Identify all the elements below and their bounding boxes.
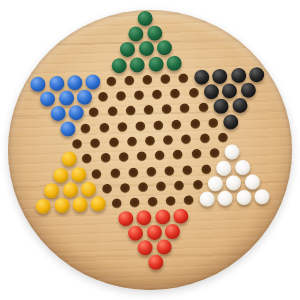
- marble-red[interactable]: [128, 225, 144, 241]
- marble-yellow[interactable]: [44, 183, 60, 199]
- hole[interactable]: [198, 103, 208, 113]
- marble-white[interactable]: [234, 159, 250, 175]
- hole[interactable]: [155, 151, 165, 161]
- hole[interactable]: [174, 180, 184, 190]
- hole[interactable]: [156, 181, 166, 191]
- hole[interactable]: [128, 167, 138, 177]
- hole[interactable]: [99, 122, 109, 132]
- hole[interactable]: [118, 152, 128, 162]
- marble-yellow[interactable]: [81, 181, 97, 197]
- hole[interactable]: [170, 89, 180, 99]
- hole[interactable]: [191, 149, 201, 159]
- hole[interactable]: [182, 165, 192, 175]
- hole[interactable]: [100, 153, 110, 163]
- marble-white[interactable]: [216, 160, 232, 176]
- marble-black[interactable]: [194, 69, 210, 85]
- hole[interactable]: [97, 92, 107, 102]
- marble-yellow[interactable]: [90, 196, 106, 212]
- marble-green[interactable]: [148, 56, 164, 72]
- marble-red[interactable]: [136, 210, 152, 226]
- hole[interactable]: [136, 151, 146, 161]
- hole[interactable]: [153, 120, 163, 130]
- marble-black[interactable]: [240, 82, 256, 98]
- hole[interactable]: [108, 137, 118, 147]
- marble-blue[interactable]: [50, 106, 66, 122]
- hole[interactable]: [152, 90, 162, 100]
- marble-red[interactable]: [156, 239, 172, 255]
- marble-yellow[interactable]: [62, 182, 78, 198]
- marble-white[interactable]: [236, 190, 252, 206]
- marble-black[interactable]: [249, 67, 265, 83]
- hole[interactable]: [138, 182, 148, 192]
- hole[interactable]: [181, 134, 191, 144]
- marble-red[interactable]: [118, 210, 134, 226]
- marble-blue[interactable]: [67, 75, 83, 91]
- marble-green[interactable]: [138, 41, 154, 57]
- hole[interactable]: [171, 119, 181, 129]
- hole[interactable]: [129, 198, 139, 208]
- hole[interactable]: [160, 74, 170, 84]
- marble-green[interactable]: [147, 25, 163, 41]
- hole[interactable]: [72, 139, 82, 149]
- hole[interactable]: [120, 183, 130, 193]
- marble-blue[interactable]: [60, 121, 76, 137]
- marble-black[interactable]: [223, 114, 239, 130]
- hole[interactable]: [90, 138, 100, 148]
- hole[interactable]: [188, 88, 198, 98]
- marble-black[interactable]: [222, 83, 238, 99]
- marble-blue[interactable]: [58, 90, 74, 106]
- hole[interactable]: [110, 168, 120, 178]
- marble-black[interactable]: [232, 98, 248, 114]
- marble-green[interactable]: [112, 57, 128, 73]
- marble-white[interactable]: [218, 191, 234, 207]
- marble-blue[interactable]: [85, 74, 101, 90]
- hole[interactable]: [201, 164, 211, 174]
- marble-black[interactable]: [230, 68, 246, 84]
- hole[interactable]: [180, 104, 190, 114]
- marble-green[interactable]: [120, 42, 136, 58]
- hole[interactable]: [125, 106, 135, 116]
- marble-blue[interactable]: [68, 105, 84, 121]
- hole[interactable]: [117, 122, 127, 132]
- marble-white[interactable]: [208, 176, 224, 192]
- marble-white[interactable]: [199, 191, 215, 207]
- marble-yellow[interactable]: [53, 167, 69, 183]
- marble-yellow[interactable]: [71, 166, 87, 182]
- hole[interactable]: [106, 76, 116, 86]
- hole[interactable]: [173, 150, 183, 160]
- marble-red[interactable]: [147, 255, 163, 271]
- hole[interactable]: [166, 196, 176, 206]
- hole[interactable]: [135, 121, 145, 131]
- marble-blue[interactable]: [30, 76, 46, 92]
- hole[interactable]: [178, 73, 188, 83]
- marble-red[interactable]: [155, 209, 171, 225]
- hole[interactable]: [89, 108, 99, 118]
- hole[interactable]: [107, 107, 117, 117]
- hole[interactable]: [145, 136, 155, 146]
- star-grid: [0, 0, 300, 300]
- marble-green[interactable]: [137, 10, 153, 26]
- marble-green[interactable]: [166, 55, 182, 71]
- hole[interactable]: [163, 135, 173, 145]
- hole[interactable]: [92, 169, 102, 179]
- hole[interactable]: [127, 137, 137, 147]
- hole[interactable]: [192, 180, 202, 190]
- hole[interactable]: [208, 118, 218, 128]
- marble-yellow[interactable]: [54, 198, 70, 214]
- hole[interactable]: [190, 119, 200, 129]
- chinese-checkers-photo: [0, 0, 300, 300]
- hole[interactable]: [80, 123, 90, 133]
- marble-green[interactable]: [156, 40, 172, 56]
- marble-black[interactable]: [204, 84, 220, 100]
- hole[interactable]: [82, 154, 92, 164]
- marble-red[interactable]: [138, 240, 154, 256]
- hole[interactable]: [142, 75, 152, 85]
- hole[interactable]: [111, 199, 121, 209]
- marble-yellow[interactable]: [72, 197, 88, 213]
- marble-green[interactable]: [128, 26, 144, 42]
- marble-yellow[interactable]: [36, 199, 52, 215]
- hole[interactable]: [115, 91, 125, 101]
- hole[interactable]: [199, 133, 209, 143]
- marble-white[interactable]: [226, 175, 242, 191]
- hole[interactable]: [147, 197, 157, 207]
- marble-white[interactable]: [244, 174, 260, 190]
- marble-black[interactable]: [212, 68, 228, 84]
- hole[interactable]: [209, 148, 219, 158]
- marble-blue[interactable]: [77, 90, 93, 106]
- marble-green[interactable]: [130, 57, 146, 73]
- marble-black[interactable]: [214, 99, 230, 115]
- hole[interactable]: [134, 90, 144, 100]
- hole[interactable]: [184, 195, 194, 205]
- hole[interactable]: [218, 133, 228, 143]
- hole[interactable]: [164, 166, 174, 176]
- marble-yellow[interactable]: [61, 152, 77, 168]
- marble-red[interactable]: [146, 224, 162, 240]
- marble-red[interactable]: [173, 208, 189, 224]
- hole[interactable]: [101, 184, 111, 194]
- hole[interactable]: [143, 105, 153, 115]
- marble-red[interactable]: [164, 224, 180, 240]
- hole[interactable]: [162, 104, 172, 114]
- hole[interactable]: [124, 75, 134, 85]
- marble-white[interactable]: [225, 144, 241, 160]
- hole[interactable]: [146, 166, 156, 176]
- marble-white[interactable]: [254, 189, 270, 205]
- marble-blue[interactable]: [40, 91, 56, 107]
- marble-blue[interactable]: [49, 76, 65, 92]
